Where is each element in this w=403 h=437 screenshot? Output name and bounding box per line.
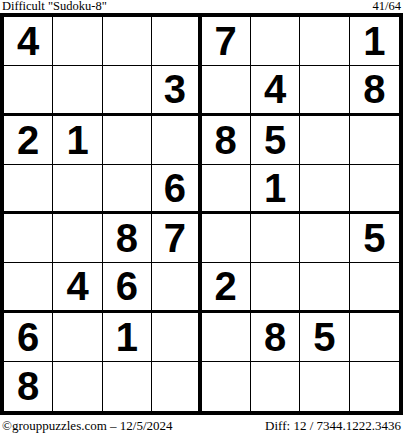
- cell-r2c3: [103, 66, 152, 115]
- cell-r3c7: [300, 116, 349, 165]
- cell-r2c7: [300, 66, 349, 115]
- cell-r8c6: [251, 362, 300, 411]
- cell-r8c5: [202, 362, 251, 411]
- footer-copyright: ©grouppuzzles.com – 12/5/2024: [2, 418, 173, 434]
- cell-r7c6: 8: [251, 313, 300, 362]
- cell-r3c3: [103, 116, 152, 165]
- cell-r5c3: 8: [103, 214, 152, 263]
- cell-r8c2: [53, 362, 102, 411]
- cell-r5c6: [251, 214, 300, 263]
- cell-r2c2: [53, 66, 102, 115]
- cell-r7c2: [53, 313, 102, 362]
- cell-r1c6: [251, 17, 300, 66]
- cell-r7c3: 1: [103, 313, 152, 362]
- cell-r7c8: [350, 313, 399, 362]
- cell-r5c7: [300, 214, 349, 263]
- cell-r1c5: 7: [202, 17, 251, 66]
- cell-r2c6: 4: [251, 66, 300, 115]
- footer-difficulty: Diff: 12 / 7344.1222.3436: [265, 418, 401, 434]
- cell-r6c1: [4, 263, 53, 312]
- cell-r1c3: [103, 17, 152, 66]
- cell-r4c5: [202, 165, 251, 214]
- cell-r3c1: 2: [4, 116, 53, 165]
- cell-r7c7: 5: [300, 313, 349, 362]
- cell-r1c8: 1: [350, 17, 399, 66]
- page-title: Difficult "Sudoku-8": [2, 0, 107, 13]
- cell-r7c4: [152, 313, 201, 362]
- sudoku-board: 47134821856187546261858: [0, 13, 403, 415]
- cell-r8c7: [300, 362, 349, 411]
- cell-r6c4: [152, 263, 201, 312]
- puzzle-page: Difficult "Sudoku-8" 41/64 4713482185618…: [0, 0, 403, 437]
- header: Difficult "Sudoku-8" 41/64: [0, 0, 403, 13]
- cell-r8c3: [103, 362, 152, 411]
- cell-r8c4: [152, 362, 201, 411]
- cell-r5c4: 7: [152, 214, 201, 263]
- cell-r5c1: [4, 214, 53, 263]
- footer: ©grouppuzzles.com – 12/5/2024 Diff: 12 /…: [0, 415, 403, 437]
- cell-r5c5: [202, 214, 251, 263]
- cell-r2c5: [202, 66, 251, 115]
- cell-r2c8: 8: [350, 66, 399, 115]
- cell-r3c6: 5: [251, 116, 300, 165]
- cell-r3c2: 1: [53, 116, 102, 165]
- cell-r3c4: [152, 116, 201, 165]
- cell-r4c8: [350, 165, 399, 214]
- cell-r2c4: 3: [152, 66, 201, 115]
- cell-r5c8: 5: [350, 214, 399, 263]
- cell-r6c5: 2: [202, 263, 251, 312]
- cell-r1c2: [53, 17, 102, 66]
- cell-r8c1: 8: [4, 362, 53, 411]
- cell-r1c4: [152, 17, 201, 66]
- cell-r2c1: [4, 66, 53, 115]
- cell-r4c6: 1: [251, 165, 300, 214]
- cell-r1c7: [300, 17, 349, 66]
- cell-r6c7: [300, 263, 349, 312]
- cell-r7c1: 6: [4, 313, 53, 362]
- cell-r4c3: [103, 165, 152, 214]
- cell-r3c5: 8: [202, 116, 251, 165]
- cell-r4c2: [53, 165, 102, 214]
- cell-r4c4: 6: [152, 165, 201, 214]
- cell-r8c8: [350, 362, 399, 411]
- cell-r4c1: [4, 165, 53, 214]
- page-number: 41/64: [373, 0, 401, 13]
- cell-r6c6: [251, 263, 300, 312]
- cell-r1c1: 4: [4, 17, 53, 66]
- cell-r6c2: 4: [53, 263, 102, 312]
- cell-r6c3: 6: [103, 263, 152, 312]
- cell-r7c5: [202, 313, 251, 362]
- cell-r4c7: [300, 165, 349, 214]
- cell-r3c8: [350, 116, 399, 165]
- cell-r6c8: [350, 263, 399, 312]
- cell-r5c2: [53, 214, 102, 263]
